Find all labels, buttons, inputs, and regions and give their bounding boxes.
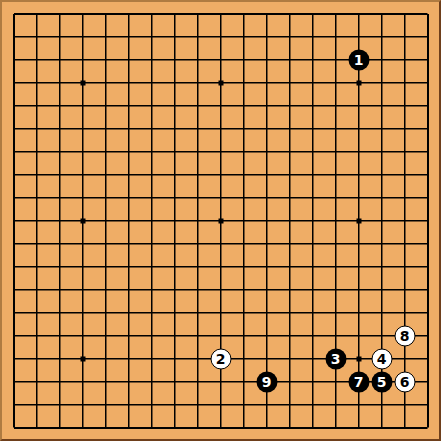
intersection-O8[interactable] bbox=[301, 255, 324, 278]
intersection-H1[interactable] bbox=[163, 416, 186, 439]
intersection-G17[interactable] bbox=[140, 48, 163, 71]
intersection-F1[interactable] bbox=[117, 416, 140, 439]
intersection-B1[interactable] bbox=[25, 416, 48, 439]
intersection-E17[interactable] bbox=[94, 48, 117, 71]
intersection-K13[interactable] bbox=[209, 140, 232, 163]
intersection-S5[interactable]: 8 bbox=[393, 324, 416, 347]
intersection-O17[interactable] bbox=[301, 48, 324, 71]
intersection-Q8[interactable] bbox=[347, 255, 370, 278]
intersection-N5[interactable] bbox=[278, 324, 301, 347]
intersection-A14[interactable] bbox=[2, 117, 25, 140]
intersection-T9[interactable] bbox=[416, 232, 439, 255]
intersection-C16[interactable] bbox=[48, 71, 71, 94]
intersection-E12[interactable] bbox=[94, 163, 117, 186]
intersection-S8[interactable] bbox=[393, 255, 416, 278]
intersection-Q16[interactable] bbox=[347, 71, 370, 94]
intersection-H16[interactable] bbox=[163, 71, 186, 94]
intersection-Q17[interactable]: 1 bbox=[347, 48, 370, 71]
intersection-J12[interactable] bbox=[186, 163, 209, 186]
intersection-B7[interactable] bbox=[25, 278, 48, 301]
intersection-E3[interactable] bbox=[94, 370, 117, 393]
intersection-F10[interactable] bbox=[117, 209, 140, 232]
intersection-D3[interactable] bbox=[71, 370, 94, 393]
intersection-G2[interactable] bbox=[140, 393, 163, 416]
intersection-T3[interactable] bbox=[416, 370, 439, 393]
intersection-D9[interactable] bbox=[71, 232, 94, 255]
intersection-N10[interactable] bbox=[278, 209, 301, 232]
intersection-P10[interactable] bbox=[324, 209, 347, 232]
intersection-P17[interactable] bbox=[324, 48, 347, 71]
intersection-M9[interactable] bbox=[255, 232, 278, 255]
intersection-G11[interactable] bbox=[140, 186, 163, 209]
intersection-K1[interactable] bbox=[209, 416, 232, 439]
intersection-E6[interactable] bbox=[94, 301, 117, 324]
intersection-P13[interactable] bbox=[324, 140, 347, 163]
intersection-B17[interactable] bbox=[25, 48, 48, 71]
intersection-P6[interactable] bbox=[324, 301, 347, 324]
intersection-E5[interactable] bbox=[94, 324, 117, 347]
intersection-H14[interactable] bbox=[163, 117, 186, 140]
intersection-T15[interactable] bbox=[416, 94, 439, 117]
intersection-N4[interactable] bbox=[278, 347, 301, 370]
intersection-S18[interactable] bbox=[393, 25, 416, 48]
intersection-C7[interactable] bbox=[48, 278, 71, 301]
intersection-L3[interactable] bbox=[232, 370, 255, 393]
intersection-R12[interactable] bbox=[370, 163, 393, 186]
intersection-H9[interactable] bbox=[163, 232, 186, 255]
intersection-G9[interactable] bbox=[140, 232, 163, 255]
intersection-C14[interactable] bbox=[48, 117, 71, 140]
intersection-D19[interactable] bbox=[71, 2, 94, 25]
intersection-T16[interactable] bbox=[416, 71, 439, 94]
intersection-T1[interactable] bbox=[416, 416, 439, 439]
intersection-S9[interactable] bbox=[393, 232, 416, 255]
intersection-C11[interactable] bbox=[48, 186, 71, 209]
intersection-K14[interactable] bbox=[209, 117, 232, 140]
intersection-G12[interactable] bbox=[140, 163, 163, 186]
intersection-O9[interactable] bbox=[301, 232, 324, 255]
intersection-A6[interactable] bbox=[2, 301, 25, 324]
intersection-A16[interactable] bbox=[2, 71, 25, 94]
intersection-M8[interactable] bbox=[255, 255, 278, 278]
intersection-N9[interactable] bbox=[278, 232, 301, 255]
intersection-D15[interactable] bbox=[71, 94, 94, 117]
intersection-K19[interactable] bbox=[209, 2, 232, 25]
intersection-H13[interactable] bbox=[163, 140, 186, 163]
intersection-D2[interactable] bbox=[71, 393, 94, 416]
intersection-P12[interactable] bbox=[324, 163, 347, 186]
intersection-R14[interactable] bbox=[370, 117, 393, 140]
intersection-N17[interactable] bbox=[278, 48, 301, 71]
intersection-M6[interactable] bbox=[255, 301, 278, 324]
intersection-B11[interactable] bbox=[25, 186, 48, 209]
intersection-S12[interactable] bbox=[393, 163, 416, 186]
intersection-K6[interactable] bbox=[209, 301, 232, 324]
intersection-T14[interactable] bbox=[416, 117, 439, 140]
intersection-D8[interactable] bbox=[71, 255, 94, 278]
intersection-Q9[interactable] bbox=[347, 232, 370, 255]
intersection-G4[interactable] bbox=[140, 347, 163, 370]
intersection-N15[interactable] bbox=[278, 94, 301, 117]
intersection-E14[interactable] bbox=[94, 117, 117, 140]
intersection-Q3[interactable]: 7 bbox=[347, 370, 370, 393]
intersection-J9[interactable] bbox=[186, 232, 209, 255]
intersection-C1[interactable] bbox=[48, 416, 71, 439]
intersection-E16[interactable] bbox=[94, 71, 117, 94]
intersection-R6[interactable] bbox=[370, 301, 393, 324]
intersection-R17[interactable] bbox=[370, 48, 393, 71]
intersection-Q7[interactable] bbox=[347, 278, 370, 301]
intersection-O11[interactable] bbox=[301, 186, 324, 209]
intersection-K8[interactable] bbox=[209, 255, 232, 278]
intersection-B9[interactable] bbox=[25, 232, 48, 255]
intersection-H8[interactable] bbox=[163, 255, 186, 278]
intersection-M13[interactable] bbox=[255, 140, 278, 163]
intersection-M4[interactable] bbox=[255, 347, 278, 370]
intersection-B16[interactable] bbox=[25, 71, 48, 94]
intersection-O14[interactable] bbox=[301, 117, 324, 140]
intersection-R8[interactable] bbox=[370, 255, 393, 278]
intersection-O2[interactable] bbox=[301, 393, 324, 416]
intersection-C2[interactable] bbox=[48, 393, 71, 416]
intersection-M1[interactable] bbox=[255, 416, 278, 439]
intersection-M18[interactable] bbox=[255, 25, 278, 48]
intersection-L9[interactable] bbox=[232, 232, 255, 255]
intersection-N11[interactable] bbox=[278, 186, 301, 209]
intersection-Q19[interactable] bbox=[347, 2, 370, 25]
intersection-D13[interactable] bbox=[71, 140, 94, 163]
intersection-P2[interactable] bbox=[324, 393, 347, 416]
intersection-R4[interactable]: 4 bbox=[370, 347, 393, 370]
intersection-B2[interactable] bbox=[25, 393, 48, 416]
intersection-N7[interactable] bbox=[278, 278, 301, 301]
intersection-T5[interactable] bbox=[416, 324, 439, 347]
intersection-E4[interactable] bbox=[94, 347, 117, 370]
intersection-P4[interactable]: 3 bbox=[324, 347, 347, 370]
intersection-A10[interactable] bbox=[2, 209, 25, 232]
intersection-P1[interactable] bbox=[324, 416, 347, 439]
intersection-F19[interactable] bbox=[117, 2, 140, 25]
intersection-D5[interactable] bbox=[71, 324, 94, 347]
intersection-G10[interactable] bbox=[140, 209, 163, 232]
intersection-J11[interactable] bbox=[186, 186, 209, 209]
intersection-S7[interactable] bbox=[393, 278, 416, 301]
intersection-M14[interactable] bbox=[255, 117, 278, 140]
intersection-K12[interactable] bbox=[209, 163, 232, 186]
intersection-P11[interactable] bbox=[324, 186, 347, 209]
intersection-Q11[interactable] bbox=[347, 186, 370, 209]
intersection-R19[interactable] bbox=[370, 2, 393, 25]
intersection-K10[interactable] bbox=[209, 209, 232, 232]
intersection-F9[interactable] bbox=[117, 232, 140, 255]
intersection-T2[interactable] bbox=[416, 393, 439, 416]
intersection-B10[interactable] bbox=[25, 209, 48, 232]
intersection-D11[interactable] bbox=[71, 186, 94, 209]
intersection-K7[interactable] bbox=[209, 278, 232, 301]
intersection-B6[interactable] bbox=[25, 301, 48, 324]
intersection-H11[interactable] bbox=[163, 186, 186, 209]
intersection-C12[interactable] bbox=[48, 163, 71, 186]
intersection-F2[interactable] bbox=[117, 393, 140, 416]
intersection-E13[interactable] bbox=[94, 140, 117, 163]
intersection-F8[interactable] bbox=[117, 255, 140, 278]
intersection-O10[interactable] bbox=[301, 209, 324, 232]
intersection-O18[interactable] bbox=[301, 25, 324, 48]
intersection-H10[interactable] bbox=[163, 209, 186, 232]
intersection-O16[interactable] bbox=[301, 71, 324, 94]
intersection-M11[interactable] bbox=[255, 186, 278, 209]
intersection-L5[interactable] bbox=[232, 324, 255, 347]
intersection-T6[interactable] bbox=[416, 301, 439, 324]
intersection-A2[interactable] bbox=[2, 393, 25, 416]
intersection-A1[interactable] bbox=[2, 416, 25, 439]
intersection-Q5[interactable] bbox=[347, 324, 370, 347]
intersection-R16[interactable] bbox=[370, 71, 393, 94]
intersection-C8[interactable] bbox=[48, 255, 71, 278]
intersection-S15[interactable] bbox=[393, 94, 416, 117]
intersection-O6[interactable] bbox=[301, 301, 324, 324]
intersection-C9[interactable] bbox=[48, 232, 71, 255]
intersection-O3[interactable] bbox=[301, 370, 324, 393]
intersection-G5[interactable] bbox=[140, 324, 163, 347]
intersection-C10[interactable] bbox=[48, 209, 71, 232]
intersection-G19[interactable] bbox=[140, 2, 163, 25]
intersection-S3[interactable]: 6 bbox=[393, 370, 416, 393]
intersection-S14[interactable] bbox=[393, 117, 416, 140]
intersection-N6[interactable] bbox=[278, 301, 301, 324]
intersection-N14[interactable] bbox=[278, 117, 301, 140]
intersection-G1[interactable] bbox=[140, 416, 163, 439]
intersection-N19[interactable] bbox=[278, 2, 301, 25]
intersection-M10[interactable] bbox=[255, 209, 278, 232]
intersection-T11[interactable] bbox=[416, 186, 439, 209]
intersection-F6[interactable] bbox=[117, 301, 140, 324]
intersection-J3[interactable] bbox=[186, 370, 209, 393]
intersection-S16[interactable] bbox=[393, 71, 416, 94]
intersection-J4[interactable] bbox=[186, 347, 209, 370]
intersection-M15[interactable] bbox=[255, 94, 278, 117]
intersection-L2[interactable] bbox=[232, 393, 255, 416]
intersection-P5[interactable] bbox=[324, 324, 347, 347]
intersection-A13[interactable] bbox=[2, 140, 25, 163]
intersection-E1[interactable] bbox=[94, 416, 117, 439]
intersection-T4[interactable] bbox=[416, 347, 439, 370]
intersection-Q2[interactable] bbox=[347, 393, 370, 416]
intersection-C4[interactable] bbox=[48, 347, 71, 370]
intersection-D17[interactable] bbox=[71, 48, 94, 71]
intersection-N2[interactable] bbox=[278, 393, 301, 416]
intersection-A9[interactable] bbox=[2, 232, 25, 255]
intersection-G15[interactable] bbox=[140, 94, 163, 117]
intersection-L4[interactable] bbox=[232, 347, 255, 370]
intersection-S2[interactable] bbox=[393, 393, 416, 416]
intersection-S13[interactable] bbox=[393, 140, 416, 163]
intersection-R7[interactable] bbox=[370, 278, 393, 301]
intersection-O13[interactable] bbox=[301, 140, 324, 163]
intersection-E8[interactable] bbox=[94, 255, 117, 278]
intersection-O19[interactable] bbox=[301, 2, 324, 25]
intersection-K11[interactable] bbox=[209, 186, 232, 209]
intersection-L8[interactable] bbox=[232, 255, 255, 278]
intersection-D6[interactable] bbox=[71, 301, 94, 324]
intersection-A8[interactable] bbox=[2, 255, 25, 278]
intersection-S6[interactable] bbox=[393, 301, 416, 324]
intersection-A18[interactable] bbox=[2, 25, 25, 48]
intersection-N16[interactable] bbox=[278, 71, 301, 94]
intersection-L15[interactable] bbox=[232, 94, 255, 117]
intersection-L19[interactable] bbox=[232, 2, 255, 25]
intersection-P9[interactable] bbox=[324, 232, 347, 255]
intersection-C5[interactable] bbox=[48, 324, 71, 347]
intersection-N1[interactable] bbox=[278, 416, 301, 439]
intersection-N12[interactable] bbox=[278, 163, 301, 186]
intersection-S17[interactable] bbox=[393, 48, 416, 71]
intersection-T18[interactable] bbox=[416, 25, 439, 48]
intersection-S1[interactable] bbox=[393, 416, 416, 439]
intersection-P7[interactable] bbox=[324, 278, 347, 301]
intersection-L6[interactable] bbox=[232, 301, 255, 324]
intersection-J2[interactable] bbox=[186, 393, 209, 416]
intersection-H2[interactable] bbox=[163, 393, 186, 416]
intersection-Q1[interactable] bbox=[347, 416, 370, 439]
intersection-O1[interactable] bbox=[301, 416, 324, 439]
intersection-J10[interactable] bbox=[186, 209, 209, 232]
intersection-H12[interactable] bbox=[163, 163, 186, 186]
intersection-L16[interactable] bbox=[232, 71, 255, 94]
intersection-E19[interactable] bbox=[94, 2, 117, 25]
intersection-D16[interactable] bbox=[71, 71, 94, 94]
intersection-R15[interactable] bbox=[370, 94, 393, 117]
intersection-L12[interactable] bbox=[232, 163, 255, 186]
intersection-J18[interactable] bbox=[186, 25, 209, 48]
intersection-E15[interactable] bbox=[94, 94, 117, 117]
intersection-L10[interactable] bbox=[232, 209, 255, 232]
intersection-N3[interactable] bbox=[278, 370, 301, 393]
intersection-A12[interactable] bbox=[2, 163, 25, 186]
intersection-F17[interactable] bbox=[117, 48, 140, 71]
intersection-T12[interactable] bbox=[416, 163, 439, 186]
intersection-H7[interactable] bbox=[163, 278, 186, 301]
intersection-B14[interactable] bbox=[25, 117, 48, 140]
intersection-S11[interactable] bbox=[393, 186, 416, 209]
intersection-T19[interactable] bbox=[416, 2, 439, 25]
intersection-L1[interactable] bbox=[232, 416, 255, 439]
intersection-T8[interactable] bbox=[416, 255, 439, 278]
intersection-M17[interactable] bbox=[255, 48, 278, 71]
intersection-O12[interactable] bbox=[301, 163, 324, 186]
intersection-L7[interactable] bbox=[232, 278, 255, 301]
intersection-F7[interactable] bbox=[117, 278, 140, 301]
intersection-B5[interactable] bbox=[25, 324, 48, 347]
intersection-F16[interactable] bbox=[117, 71, 140, 94]
intersection-K9[interactable] bbox=[209, 232, 232, 255]
intersection-P14[interactable] bbox=[324, 117, 347, 140]
intersection-L13[interactable] bbox=[232, 140, 255, 163]
intersection-E7[interactable] bbox=[94, 278, 117, 301]
intersection-A15[interactable] bbox=[2, 94, 25, 117]
intersection-J6[interactable] bbox=[186, 301, 209, 324]
intersection-J5[interactable] bbox=[186, 324, 209, 347]
intersection-R3[interactable]: 5 bbox=[370, 370, 393, 393]
intersection-D1[interactable] bbox=[71, 416, 94, 439]
intersection-M5[interactable] bbox=[255, 324, 278, 347]
intersection-H5[interactable] bbox=[163, 324, 186, 347]
intersection-M16[interactable] bbox=[255, 71, 278, 94]
intersection-C18[interactable] bbox=[48, 25, 71, 48]
intersection-A4[interactable] bbox=[2, 347, 25, 370]
intersection-J13[interactable] bbox=[186, 140, 209, 163]
intersection-B19[interactable] bbox=[25, 2, 48, 25]
intersection-P19[interactable] bbox=[324, 2, 347, 25]
intersection-F15[interactable] bbox=[117, 94, 140, 117]
intersection-O4[interactable] bbox=[301, 347, 324, 370]
intersection-N13[interactable] bbox=[278, 140, 301, 163]
intersection-B13[interactable] bbox=[25, 140, 48, 163]
intersection-B3[interactable] bbox=[25, 370, 48, 393]
intersection-P15[interactable] bbox=[324, 94, 347, 117]
intersection-J15[interactable] bbox=[186, 94, 209, 117]
intersection-M2[interactable] bbox=[255, 393, 278, 416]
intersection-A3[interactable] bbox=[2, 370, 25, 393]
intersection-Q4[interactable] bbox=[347, 347, 370, 370]
intersection-A11[interactable] bbox=[2, 186, 25, 209]
intersection-P18[interactable] bbox=[324, 25, 347, 48]
intersection-B12[interactable] bbox=[25, 163, 48, 186]
intersection-S10[interactable] bbox=[393, 209, 416, 232]
intersection-K5[interactable] bbox=[209, 324, 232, 347]
intersection-L14[interactable] bbox=[232, 117, 255, 140]
intersection-O15[interactable] bbox=[301, 94, 324, 117]
intersection-J8[interactable] bbox=[186, 255, 209, 278]
intersection-C15[interactable] bbox=[48, 94, 71, 117]
intersection-F3[interactable] bbox=[117, 370, 140, 393]
intersection-Q12[interactable] bbox=[347, 163, 370, 186]
intersection-Q15[interactable] bbox=[347, 94, 370, 117]
intersection-B15[interactable] bbox=[25, 94, 48, 117]
intersection-N18[interactable] bbox=[278, 25, 301, 48]
intersection-E18[interactable] bbox=[94, 25, 117, 48]
intersection-E2[interactable] bbox=[94, 393, 117, 416]
intersection-F14[interactable] bbox=[117, 117, 140, 140]
intersection-B4[interactable] bbox=[25, 347, 48, 370]
intersection-M12[interactable] bbox=[255, 163, 278, 186]
intersection-G13[interactable] bbox=[140, 140, 163, 163]
intersection-F11[interactable] bbox=[117, 186, 140, 209]
intersection-F5[interactable] bbox=[117, 324, 140, 347]
intersection-E10[interactable] bbox=[94, 209, 117, 232]
intersection-E9[interactable] bbox=[94, 232, 117, 255]
intersection-S19[interactable] bbox=[393, 2, 416, 25]
intersection-H15[interactable] bbox=[163, 94, 186, 117]
intersection-M19[interactable] bbox=[255, 2, 278, 25]
intersection-Q13[interactable] bbox=[347, 140, 370, 163]
intersection-Q18[interactable] bbox=[347, 25, 370, 48]
intersection-A17[interactable] bbox=[2, 48, 25, 71]
intersection-J16[interactable] bbox=[186, 71, 209, 94]
intersection-Q6[interactable] bbox=[347, 301, 370, 324]
intersection-C6[interactable] bbox=[48, 301, 71, 324]
intersection-R9[interactable] bbox=[370, 232, 393, 255]
intersection-K15[interactable] bbox=[209, 94, 232, 117]
intersection-D4[interactable] bbox=[71, 347, 94, 370]
intersection-R5[interactable] bbox=[370, 324, 393, 347]
intersection-F4[interactable] bbox=[117, 347, 140, 370]
intersection-H17[interactable] bbox=[163, 48, 186, 71]
intersection-C3[interactable] bbox=[48, 370, 71, 393]
intersection-T7[interactable] bbox=[416, 278, 439, 301]
intersection-R2[interactable] bbox=[370, 393, 393, 416]
intersection-Q14[interactable] bbox=[347, 117, 370, 140]
